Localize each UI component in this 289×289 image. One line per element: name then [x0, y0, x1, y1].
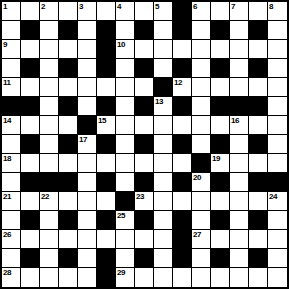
- crossword-cell-black: [211, 59, 230, 78]
- crossword-cell-white[interactable]: [21, 116, 40, 135]
- crossword-cell-black: [211, 21, 230, 40]
- crossword-cell-white[interactable]: [97, 192, 116, 211]
- crossword-cell-white[interactable]: [192, 268, 211, 287]
- crossword-cell-white[interactable]: [40, 21, 59, 40]
- crossword-board: 1234567891011121314151617181920212223242…: [0, 0, 289, 289]
- crossword-cell-white[interactable]: [21, 192, 40, 211]
- clue-number: 13: [155, 97, 163, 106]
- crossword-cell-white[interactable]: [59, 268, 78, 287]
- crossword-cell-white[interactable]: [173, 192, 192, 211]
- clue-number: 17: [79, 135, 87, 144]
- crossword-cell-black: [135, 97, 154, 116]
- crossword-cell-white[interactable]: [78, 211, 97, 230]
- crossword-cell-white[interactable]: [116, 97, 135, 116]
- crossword-cell-white[interactable]: [40, 97, 59, 116]
- crossword-cell-black: [2, 97, 21, 116]
- crossword-cell-white[interactable]: [173, 268, 192, 287]
- crossword-cell-white[interactable]: [78, 192, 97, 211]
- crossword-cell-white[interactable]: [78, 173, 97, 192]
- crossword-cell-white[interactable]: [78, 154, 97, 173]
- clue-number: 8: [269, 2, 273, 11]
- crossword-cell-white[interactable]: [230, 21, 249, 40]
- clue-number: 4: [117, 2, 121, 11]
- crossword-cell-white[interactable]: [192, 59, 211, 78]
- crossword-cell-white[interactable]: [154, 154, 173, 173]
- crossword-cell-black: [97, 211, 116, 230]
- crossword-cell-white[interactable]: [116, 135, 135, 154]
- crossword-cell-white[interactable]: [173, 40, 192, 59]
- crossword-cell-white[interactable]: 10: [116, 40, 135, 59]
- crossword-cell-white[interactable]: [154, 192, 173, 211]
- crossword-cell-white[interactable]: [135, 2, 154, 21]
- crossword-cell-white[interactable]: [59, 230, 78, 249]
- crossword-cell-white[interactable]: [97, 2, 116, 21]
- crossword-cell-white[interactable]: [268, 116, 287, 135]
- crossword-cell-white[interactable]: [40, 135, 59, 154]
- crossword-cell-white[interactable]: [249, 268, 268, 287]
- crossword-cell-white[interactable]: [154, 230, 173, 249]
- crossword-cell-white[interactable]: 6: [192, 2, 211, 21]
- crossword-cell-white[interactable]: [116, 78, 135, 97]
- crossword-cell-black: [59, 173, 78, 192]
- clue-number: 6: [193, 2, 197, 11]
- crossword-cell-white[interactable]: [154, 249, 173, 268]
- crossword-cell-white[interactable]: 27: [192, 230, 211, 249]
- crossword-cell-white[interactable]: [135, 116, 154, 135]
- crossword-cell-black: [135, 173, 154, 192]
- crossword-cell-white[interactable]: [211, 268, 230, 287]
- crossword-cell-white[interactable]: [40, 249, 59, 268]
- crossword-cell-black: [173, 230, 192, 249]
- crossword-cell-black: [97, 59, 116, 78]
- crossword-cell-white[interactable]: [78, 97, 97, 116]
- crossword-cell-black: [21, 21, 40, 40]
- crossword-cell-white[interactable]: 14: [2, 116, 21, 135]
- clue-number: 18: [3, 154, 11, 163]
- crossword-cell-black: [173, 2, 192, 21]
- crossword-cell-white[interactable]: [249, 116, 268, 135]
- crossword-cell-white[interactable]: [116, 116, 135, 135]
- crossword-cell-black: [173, 249, 192, 268]
- crossword-cell-black: [135, 59, 154, 78]
- crossword-cell-white[interactable]: [154, 59, 173, 78]
- crossword-cell-black: [268, 173, 287, 192]
- crossword-cell-white[interactable]: [78, 59, 97, 78]
- crossword-cell-white[interactable]: [230, 154, 249, 173]
- crossword-cell-white[interactable]: [21, 230, 40, 249]
- crossword-cell-white[interactable]: [230, 173, 249, 192]
- crossword-cell-white[interactable]: [154, 116, 173, 135]
- crossword-cell-white[interactable]: [2, 135, 21, 154]
- crossword-cell-white[interactable]: 16: [230, 116, 249, 135]
- crossword-cell-white[interactable]: 1: [2, 2, 21, 21]
- clue-number: 21: [3, 192, 11, 201]
- crossword-cell-white[interactable]: [249, 40, 268, 59]
- crossword-cell-black: [116, 192, 135, 211]
- crossword-cell-white[interactable]: 11: [2, 78, 21, 97]
- clue-number: 9: [3, 40, 7, 49]
- crossword-cell-white[interactable]: [135, 268, 154, 287]
- crossword-cell-white[interactable]: 5: [154, 2, 173, 21]
- crossword-cell-white[interactable]: [78, 40, 97, 59]
- crossword-cell-white[interactable]: [268, 249, 287, 268]
- crossword-cell-white[interactable]: [2, 211, 21, 230]
- crossword-cell-white[interactable]: 24: [268, 192, 287, 211]
- crossword-cell-black: [230, 97, 249, 116]
- crossword-cell-black: [135, 249, 154, 268]
- crossword-cell-white[interactable]: 21: [2, 192, 21, 211]
- crossword-cell-black: [192, 154, 211, 173]
- crossword-cell-white[interactable]: [21, 154, 40, 173]
- crossword-cell-black: [211, 211, 230, 230]
- crossword-cell-white[interactable]: 17: [78, 135, 97, 154]
- crossword-cell-white[interactable]: [192, 192, 211, 211]
- crossword-cell-black: [173, 21, 192, 40]
- crossword-cell-white[interactable]: [59, 154, 78, 173]
- clue-number: 3: [79, 2, 83, 11]
- crossword-cell-white[interactable]: [154, 21, 173, 40]
- clue-number: 7: [231, 2, 235, 11]
- clue-number: 19: [212, 154, 220, 163]
- crossword-cell-white[interactable]: [230, 268, 249, 287]
- crossword-cell-black: [211, 135, 230, 154]
- crossword-cell-white[interactable]: [211, 78, 230, 97]
- crossword-cell-white[interactable]: [2, 21, 21, 40]
- crossword-cell-white[interactable]: [268, 21, 287, 40]
- crossword-cell-white[interactable]: [230, 59, 249, 78]
- crossword-cell-white[interactable]: [268, 78, 287, 97]
- crossword-cell-white[interactable]: [211, 2, 230, 21]
- crossword-cell-white[interactable]: [135, 230, 154, 249]
- crossword-cell-white[interactable]: [2, 173, 21, 192]
- clue-number: 23: [136, 192, 144, 201]
- crossword-cell-white[interactable]: 15: [97, 116, 116, 135]
- crossword-cell-white[interactable]: [135, 154, 154, 173]
- crossword-cell-black: [97, 40, 116, 59]
- crossword-cell-white[interactable]: [40, 154, 59, 173]
- crossword-cell-white[interactable]: [230, 230, 249, 249]
- clue-number: 2: [41, 2, 45, 11]
- crossword-cell-white[interactable]: [78, 249, 97, 268]
- crossword-cell-white[interactable]: [230, 40, 249, 59]
- crossword-cell-white[interactable]: 25: [116, 211, 135, 230]
- crossword-cell-white[interactable]: [192, 78, 211, 97]
- crossword-cell-white[interactable]: [192, 116, 211, 135]
- crossword-cell-white[interactable]: [97, 230, 116, 249]
- clue-number: 20: [193, 173, 201, 182]
- crossword-cell-black: [97, 135, 116, 154]
- crossword-cell-white[interactable]: [211, 192, 230, 211]
- crossword-cell-white[interactable]: [192, 249, 211, 268]
- crossword-cell-white[interactable]: [268, 268, 287, 287]
- crossword-cell-black: [40, 173, 59, 192]
- crossword-cell-white[interactable]: [268, 135, 287, 154]
- crossword-cell-white[interactable]: 19: [211, 154, 230, 173]
- clue-number: 25: [117, 211, 125, 220]
- crossword-cell-white[interactable]: 29: [116, 268, 135, 287]
- crossword-cell-white[interactable]: [59, 40, 78, 59]
- crossword-cell-white[interactable]: [249, 2, 268, 21]
- crossword-cell-black: [21, 59, 40, 78]
- crossword-cell-black: [249, 249, 268, 268]
- crossword-cell-white[interactable]: [40, 230, 59, 249]
- clue-number: 10: [117, 40, 125, 49]
- clue-number: 29: [117, 268, 125, 277]
- crossword-cell-white[interactable]: [135, 40, 154, 59]
- crossword-cell-white[interactable]: [268, 154, 287, 173]
- crossword-cell-white[interactable]: [249, 192, 268, 211]
- clue-number: 22: [41, 192, 49, 201]
- crossword-cell-white[interactable]: [59, 78, 78, 97]
- crossword-cell-black: [173, 97, 192, 116]
- crossword-cell-white[interactable]: [249, 230, 268, 249]
- crossword-cell-black: [97, 21, 116, 40]
- clue-number: 11: [3, 78, 10, 87]
- crossword-cell-black: [97, 268, 116, 287]
- crossword-cell-white[interactable]: [211, 40, 230, 59]
- crossword-cell-white[interactable]: [21, 40, 40, 59]
- crossword-cell-white[interactable]: [173, 116, 192, 135]
- crossword-cell-black: [59, 211, 78, 230]
- crossword-cell-white[interactable]: [154, 135, 173, 154]
- crossword-cell-white[interactable]: [21, 2, 40, 21]
- crossword-cell-white[interactable]: 22: [40, 192, 59, 211]
- crossword-cell-black: [173, 211, 192, 230]
- clue-number: 15: [98, 116, 106, 125]
- crossword-cell-black: [135, 135, 154, 154]
- crossword-cell-white[interactable]: [249, 78, 268, 97]
- crossword-cell-white[interactable]: [40, 268, 59, 287]
- crossword-cell-black: [211, 173, 230, 192]
- crossword-cell-black: [249, 135, 268, 154]
- crossword-cell-white[interactable]: [154, 173, 173, 192]
- crossword-cell-white[interactable]: [192, 40, 211, 59]
- crossword-cell-black: [249, 211, 268, 230]
- crossword-cell-black: [59, 21, 78, 40]
- crossword-cell-white[interactable]: [40, 59, 59, 78]
- crossword-cell-black: [249, 97, 268, 116]
- crossword-cell-black: [21, 135, 40, 154]
- crossword-cell-black: [59, 249, 78, 268]
- crossword-cell-white[interactable]: [192, 97, 211, 116]
- crossword-cell-black: [211, 97, 230, 116]
- crossword-cell-white[interactable]: 8: [268, 2, 287, 21]
- crossword-cell-black: [135, 211, 154, 230]
- crossword-cell-white[interactable]: [97, 154, 116, 173]
- crossword-cell-white[interactable]: [21, 268, 40, 287]
- crossword-cell-white[interactable]: [2, 249, 21, 268]
- crossword-cell-black: [249, 21, 268, 40]
- crossword-cell-white[interactable]: [268, 211, 287, 230]
- crossword-cell-white[interactable]: [40, 78, 59, 97]
- crossword-cell-black: [173, 173, 192, 192]
- crossword-cell-black: [249, 173, 268, 192]
- crossword-cell-white[interactable]: [78, 230, 97, 249]
- crossword-cell-white[interactable]: [78, 268, 97, 287]
- crossword-cell-white[interactable]: 7: [230, 2, 249, 21]
- crossword-cell-white[interactable]: 13: [154, 97, 173, 116]
- crossword-cell-white[interactable]: [230, 211, 249, 230]
- crossword-cell-white[interactable]: [211, 230, 230, 249]
- crossword-cell-white[interactable]: [116, 154, 135, 173]
- crossword-cell-black: [97, 249, 116, 268]
- crossword-cell-white[interactable]: [230, 135, 249, 154]
- crossword-cell-black: [97, 97, 116, 116]
- crossword-cell-black: [249, 59, 268, 78]
- crossword-cell-black: [21, 97, 40, 116]
- crossword-cell-white[interactable]: [192, 21, 211, 40]
- crossword-cell-white[interactable]: 23: [135, 192, 154, 211]
- crossword-cell-black: [173, 59, 192, 78]
- crossword-cell-white[interactable]: [268, 97, 287, 116]
- clue-number: 26: [3, 230, 11, 239]
- crossword-cell-white[interactable]: [230, 192, 249, 211]
- crossword-cell-white[interactable]: [40, 116, 59, 135]
- crossword-cell-white[interactable]: [40, 40, 59, 59]
- crossword-cell-black: [21, 211, 40, 230]
- crossword-cell-black: [59, 97, 78, 116]
- crossword-cell-white[interactable]: [40, 211, 59, 230]
- crossword-cell-white[interactable]: [230, 78, 249, 97]
- crossword-cell-white[interactable]: [230, 249, 249, 268]
- crossword-cell-white[interactable]: [2, 59, 21, 78]
- crossword-cell-white[interactable]: [116, 249, 135, 268]
- crossword-cell-white[interactable]: [268, 59, 287, 78]
- crossword-cell-white[interactable]: 26: [2, 230, 21, 249]
- crossword-cell-black: [59, 59, 78, 78]
- crossword-cell-white[interactable]: [135, 78, 154, 97]
- crossword-cell-white[interactable]: 28: [2, 268, 21, 287]
- crossword-cell-black: [211, 249, 230, 268]
- crossword-cell-white[interactable]: 2: [40, 2, 59, 21]
- crossword-cell-black: [135, 21, 154, 40]
- clue-number: 16: [231, 116, 239, 125]
- crossword-cell-black: [173, 135, 192, 154]
- clue-number: 27: [193, 230, 201, 239]
- crossword-cell-black: [154, 78, 173, 97]
- crossword-cell-black: [78, 116, 97, 135]
- clue-number: 1: [3, 2, 7, 11]
- crossword-cell-white[interactable]: [154, 40, 173, 59]
- crossword-cell-white[interactable]: 12: [173, 78, 192, 97]
- crossword-cell-white[interactable]: [116, 230, 135, 249]
- clue-number: 5: [155, 2, 159, 11]
- crossword-cell-white[interactable]: [116, 21, 135, 40]
- crossword-cell-white[interactable]: [192, 135, 211, 154]
- crossword-cell-white[interactable]: [192, 211, 211, 230]
- crossword-cell-white[interactable]: [59, 192, 78, 211]
- crossword-cell-white[interactable]: [116, 59, 135, 78]
- crossword-cell-white[interactable]: [59, 116, 78, 135]
- crossword-cell-white[interactable]: [78, 78, 97, 97]
- crossword-cell-white[interactable]: [78, 21, 97, 40]
- crossword-cell-white[interactable]: [211, 116, 230, 135]
- crossword-cell-black: [59, 135, 78, 154]
- clue-number: 12: [174, 78, 182, 87]
- crossword-cell-white[interactable]: [154, 211, 173, 230]
- clue-number: 24: [269, 192, 277, 201]
- crossword-cell-white[interactable]: 3: [78, 2, 97, 21]
- crossword-cell-white[interactable]: [21, 78, 40, 97]
- crossword-cell-black: [97, 173, 116, 192]
- crossword-cell-white[interactable]: 20: [192, 173, 211, 192]
- clue-number: 28: [3, 268, 11, 277]
- crossword-cell-black: [21, 173, 40, 192]
- crossword-cell-white[interactable]: [268, 230, 287, 249]
- crossword-cell-white[interactable]: [59, 2, 78, 21]
- crossword-cell-white[interactable]: [173, 154, 192, 173]
- crossword-cell-white[interactable]: 4: [116, 2, 135, 21]
- crossword-cell-white[interactable]: 18: [2, 154, 21, 173]
- crossword-cell-white[interactable]: [116, 173, 135, 192]
- clue-number: 14: [3, 116, 11, 125]
- crossword-cell-white[interactable]: 9: [2, 40, 21, 59]
- crossword-cell-white[interactable]: [154, 268, 173, 287]
- crossword-cell-white[interactable]: [268, 40, 287, 59]
- crossword-cell-white[interactable]: [97, 78, 116, 97]
- crossword-cell-white[interactable]: [249, 154, 268, 173]
- crossword-cell-black: [21, 249, 40, 268]
